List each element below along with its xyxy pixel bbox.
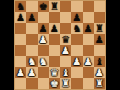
square-c6[interactable]: ♟: [38, 23, 49, 34]
square-a6[interactable]: [15, 23, 26, 34]
square-d8[interactable]: ♜: [49, 1, 60, 12]
square-f6[interactable]: ♞: [71, 23, 82, 34]
square-h5[interactable]: ♟: [94, 34, 105, 45]
black-pawn: ♟: [39, 24, 48, 34]
chess-board: ♞♚♜♟♟♟♟♟♞♟♜♟♛♟♟♞♞♟♟♝♟♟♛♝♟♚♜♜: [14, 0, 106, 90]
square-b5[interactable]: [26, 34, 37, 45]
square-h6[interactable]: ♜: [94, 23, 105, 34]
square-f4[interactable]: [71, 45, 82, 56]
square-d5[interactable]: [49, 34, 60, 45]
square-g7[interactable]: [83, 12, 94, 23]
square-c8[interactable]: ♚: [38, 1, 49, 12]
square-a4[interactable]: [15, 45, 26, 56]
square-h2[interactable]: ♟: [94, 67, 105, 78]
square-c1[interactable]: [38, 78, 49, 89]
square-e6[interactable]: [60, 23, 71, 34]
white-pawn: ♟: [84, 57, 93, 67]
square-d6[interactable]: ♟: [49, 23, 60, 34]
black-rook: ♜: [95, 24, 104, 34]
square-f8[interactable]: [71, 1, 82, 12]
square-c5[interactable]: ♟: [38, 34, 49, 45]
square-h7[interactable]: [94, 12, 105, 23]
white-rook: ♜: [61, 79, 70, 89]
square-f7[interactable]: ♟: [71, 12, 82, 23]
square-f3[interactable]: ♟: [71, 56, 82, 67]
white-pawn: ♟: [16, 68, 25, 78]
square-a8[interactable]: ♞: [15, 1, 26, 12]
white-pawn: ♟: [61, 46, 70, 56]
square-e7[interactable]: [60, 12, 71, 23]
square-c4[interactable]: [38, 45, 49, 56]
square-a2[interactable]: ♟: [15, 67, 26, 78]
black-bishop: ♝: [95, 57, 104, 67]
square-g2[interactable]: [83, 67, 94, 78]
square-g4[interactable]: [83, 45, 94, 56]
black-rook: ♜: [50, 2, 59, 12]
white-pawn: ♟: [72, 57, 81, 67]
white-pawn: ♟: [27, 68, 36, 78]
square-e8[interactable]: [60, 1, 71, 12]
square-d2[interactable]: ♛: [49, 67, 60, 78]
square-g3[interactable]: ♟: [83, 56, 94, 67]
white-pawn: ♟: [95, 68, 104, 78]
square-c3[interactable]: ♞: [38, 56, 49, 67]
square-b7[interactable]: ♟: [26, 12, 37, 23]
square-b3[interactable]: ♞: [26, 56, 37, 67]
white-rook: ♜: [95, 79, 104, 89]
square-a5[interactable]: [15, 34, 26, 45]
square-b2[interactable]: ♟: [26, 67, 37, 78]
square-b8[interactable]: [26, 1, 37, 12]
square-c2[interactable]: [38, 67, 49, 78]
square-f1[interactable]: [71, 78, 82, 89]
square-g6[interactable]: ♟: [83, 23, 94, 34]
square-a3[interactable]: [15, 56, 26, 67]
square-b4[interactable]: [26, 45, 37, 56]
white-queen: ♛: [50, 68, 59, 78]
square-a7[interactable]: ♟: [15, 12, 26, 23]
black-knight: ♞: [16, 2, 25, 12]
square-e5[interactable]: ♛: [60, 34, 71, 45]
white-knight: ♞: [39, 57, 48, 67]
square-a1[interactable]: [15, 78, 26, 89]
square-e1[interactable]: ♜: [60, 78, 71, 89]
square-f2[interactable]: [71, 67, 82, 78]
square-h3[interactable]: ♝: [94, 56, 105, 67]
square-e2[interactable]: ♝: [60, 67, 71, 78]
square-b1[interactable]: [26, 78, 37, 89]
square-g8[interactable]: [83, 1, 94, 12]
white-bishop: ♝: [61, 68, 70, 78]
square-h4[interactable]: [94, 45, 105, 56]
square-d1[interactable]: ♚: [49, 78, 60, 89]
square-f5[interactable]: [71, 34, 82, 45]
square-d4[interactable]: [49, 45, 60, 56]
black-knight: ♞: [72, 24, 81, 34]
square-c7[interactable]: [38, 12, 49, 23]
white-knight: ♞: [27, 57, 36, 67]
square-e4[interactable]: ♟: [60, 45, 71, 56]
black-pawn: ♟: [16, 13, 25, 23]
square-g1[interactable]: [83, 78, 94, 89]
black-pawn: ♟: [84, 24, 93, 34]
black-king: ♚: [39, 2, 48, 12]
square-h8[interactable]: [94, 1, 105, 12]
square-b6[interactable]: [26, 23, 37, 34]
black-pawn: ♟: [95, 35, 104, 45]
white-king: ♚: [50, 79, 59, 89]
white-pawn: ♟: [39, 35, 48, 45]
square-d7[interactable]: [49, 12, 60, 23]
square-g5[interactable]: [83, 34, 94, 45]
black-pawn: ♟: [72, 13, 81, 23]
square-d3[interactable]: [49, 56, 60, 67]
black-pawn: ♟: [50, 24, 59, 34]
black-queen: ♛: [61, 35, 70, 45]
black-pawn: ♟: [27, 13, 36, 23]
square-e3[interactable]: [60, 56, 71, 67]
square-h1[interactable]: ♜: [94, 78, 105, 89]
